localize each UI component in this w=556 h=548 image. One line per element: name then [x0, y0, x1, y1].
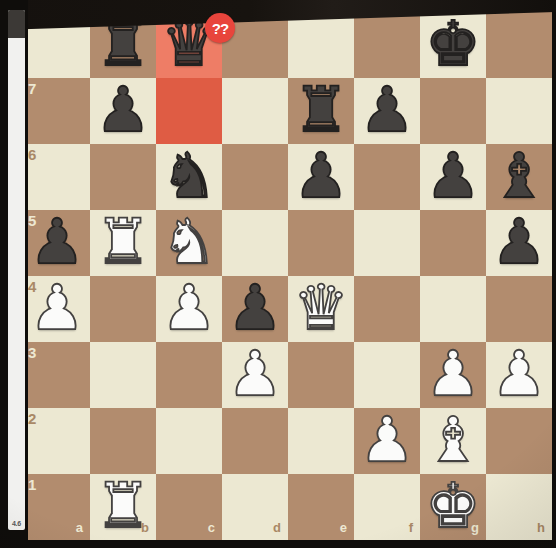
square-c6[interactable]: ♞ [156, 144, 222, 210]
black-bishop-h6[interactable]: ♝ [486, 144, 552, 210]
file-label-d: d [273, 521, 281, 534]
square-b4[interactable] [90, 276, 156, 342]
rank-label-6: 6 [28, 147, 36, 162]
white-pawn-d3[interactable]: ♟ [222, 342, 288, 408]
square-e8[interactable] [288, 12, 354, 78]
square-a5[interactable]: 5♟ [24, 210, 90, 276]
square-c4[interactable]: ♟ [156, 276, 222, 342]
square-g8[interactable]: ♚ [420, 12, 486, 78]
square-h8[interactable] [486, 12, 552, 78]
white-pawn-g3[interactable]: ♟ [420, 342, 486, 408]
square-d7[interactable] [222, 78, 288, 144]
black-pawn-d4[interactable]: ♟ [222, 276, 288, 342]
square-h1[interactable]: h [486, 474, 552, 540]
square-e6[interactable]: ♟ [288, 144, 354, 210]
white-bishop-g2[interactable]: ♝ [420, 408, 486, 474]
square-g1[interactable]: g♚ [420, 474, 486, 540]
black-king-g8[interactable]: ♚ [420, 12, 486, 78]
square-e7[interactable]: ♜ [288, 78, 354, 144]
square-e3[interactable] [288, 342, 354, 408]
square-d4[interactable]: ♟ [222, 276, 288, 342]
square-f8[interactable] [354, 12, 420, 78]
square-a3[interactable]: 3 [24, 342, 90, 408]
rank-label-1: 1 [28, 477, 36, 492]
black-pawn-b7[interactable]: ♟ [90, 78, 156, 144]
square-c7[interactable] [156, 78, 222, 144]
white-king-g1[interactable]: ♚ [420, 474, 486, 540]
square-b3[interactable] [90, 342, 156, 408]
white-pawn-a4[interactable]: ♟ [24, 276, 90, 342]
square-b1[interactable]: b♜ [90, 474, 156, 540]
square-a4[interactable]: 4♟ [24, 276, 90, 342]
square-d6[interactable] [222, 144, 288, 210]
square-h5[interactable]: ♟ [486, 210, 552, 276]
chess-app-frame: 8♜??♛♚7♟♜♟6♞♟♟♝5♟♜♞♟4♟♟♟♛3♟♟♟2♟♝1ab♜cdef… [0, 0, 556, 548]
file-label-f: f [409, 521, 413, 534]
square-f3[interactable] [354, 342, 420, 408]
square-a7[interactable]: 7 [24, 78, 90, 144]
file-label-h: h [537, 521, 545, 534]
square-c3[interactable] [156, 342, 222, 408]
square-a1[interactable]: 1a [24, 474, 90, 540]
square-f7[interactable]: ♟ [354, 78, 420, 144]
square-h7[interactable] [486, 78, 552, 144]
eval-bar-black-segment [8, 10, 25, 38]
square-d2[interactable] [222, 408, 288, 474]
square-h6[interactable]: ♝ [486, 144, 552, 210]
square-b6[interactable] [90, 144, 156, 210]
square-b2[interactable] [90, 408, 156, 474]
black-pawn-g6[interactable]: ♟ [420, 144, 486, 210]
rank-label-3: 3 [28, 345, 36, 360]
square-e5[interactable] [288, 210, 354, 276]
square-f4[interactable] [354, 276, 420, 342]
square-f5[interactable] [354, 210, 420, 276]
black-rook-e7[interactable]: ♜ [288, 78, 354, 144]
square-b5[interactable]: ♜ [90, 210, 156, 276]
square-g5[interactable] [420, 210, 486, 276]
left-column: 4.6 [0, 0, 28, 548]
square-g2[interactable]: ♝ [420, 408, 486, 474]
white-knight-c5[interactable]: ♞ [156, 210, 222, 276]
square-c5[interactable]: ♞ [156, 210, 222, 276]
square-c1[interactable]: c [156, 474, 222, 540]
square-c2[interactable] [156, 408, 222, 474]
square-h4[interactable] [486, 276, 552, 342]
square-h2[interactable] [486, 408, 552, 474]
black-pawn-h5[interactable]: ♟ [486, 210, 552, 276]
square-g6[interactable]: ♟ [420, 144, 486, 210]
square-d5[interactable] [222, 210, 288, 276]
white-queen-e4[interactable]: ♛ [288, 276, 354, 342]
file-label-e: e [340, 521, 347, 534]
blunder-badge: ?? [205, 13, 235, 43]
square-g7[interactable] [420, 78, 486, 144]
white-rook-b1[interactable]: ♜ [90, 474, 156, 540]
white-pawn-h3[interactable]: ♟ [486, 342, 552, 408]
eval-score: 4.6 [8, 520, 25, 527]
square-g4[interactable] [420, 276, 486, 342]
square-a2[interactable]: 2 [24, 408, 90, 474]
white-pawn-f2[interactable]: ♟ [354, 408, 420, 474]
square-h3[interactable]: ♟ [486, 342, 552, 408]
white-pawn-c4[interactable]: ♟ [156, 276, 222, 342]
chess-board: 8♜??♛♚7♟♜♟6♞♟♟♝5♟♜♞♟4♟♟♟♛3♟♟♟2♟♝1ab♜cdef… [24, 12, 552, 540]
eval-bar: 4.6 [8, 10, 25, 530]
square-b7[interactable]: ♟ [90, 78, 156, 144]
square-f6[interactable] [354, 144, 420, 210]
file-label-c: c [208, 521, 215, 534]
square-f1[interactable]: f [354, 474, 420, 540]
square-d1[interactable]: d [222, 474, 288, 540]
square-d3[interactable]: ♟ [222, 342, 288, 408]
square-g3[interactable]: ♟ [420, 342, 486, 408]
black-pawn-e6[interactable]: ♟ [288, 144, 354, 210]
square-e1[interactable]: e [288, 474, 354, 540]
black-pawn-f7[interactable]: ♟ [354, 78, 420, 144]
square-a6[interactable]: 6 [24, 144, 90, 210]
rank-label-7: 7 [28, 81, 36, 96]
square-e4[interactable]: ♛ [288, 276, 354, 342]
file-label-a: a [76, 521, 83, 534]
rank-label-2: 2 [28, 411, 36, 426]
black-knight-c6[interactable]: ♞ [156, 144, 222, 210]
black-pawn-a5[interactable]: ♟ [24, 210, 90, 276]
square-e2[interactable] [288, 408, 354, 474]
white-rook-b5[interactable]: ♜ [90, 210, 156, 276]
square-f2[interactable]: ♟ [354, 408, 420, 474]
